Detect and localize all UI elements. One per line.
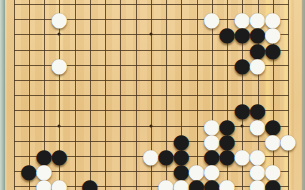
window-background-left [0, 0, 5, 190]
white-stone: ● [51, 57, 67, 73]
black-stone: ● [265, 42, 281, 58]
white-stone: ● [51, 178, 67, 190]
star-point [58, 33, 61, 36]
go-app-screenshot: ●●●●●●●●●●●●●●●●●●●●●●●●●●●●●●●●●●●●●●●●… [0, 0, 305, 190]
grid-line-horizontal [14, 4, 290, 5]
grid-line-horizontal [14, 95, 290, 96]
star-point [149, 124, 152, 127]
white-stone: ● [280, 133, 296, 149]
black-stone: ● [265, 178, 281, 190]
white-stone: ● [250, 57, 266, 73]
white-stone: ● [219, 178, 235, 190]
grid-line-horizontal [14, 80, 290, 81]
window-background-right [302, 0, 305, 190]
star-point [241, 124, 244, 127]
black-stone: ● [82, 178, 98, 190]
black-stone: ● [51, 148, 67, 164]
star-point [149, 33, 152, 36]
white-stone: ● [51, 11, 67, 27]
star-point [58, 124, 61, 127]
grid-line-horizontal [14, 141, 290, 142]
go-board[interactable]: ●●●●●●●●●●●●●●●●●●●●●●●●●●●●●●●●●●●●●●●●… [0, 0, 305, 190]
